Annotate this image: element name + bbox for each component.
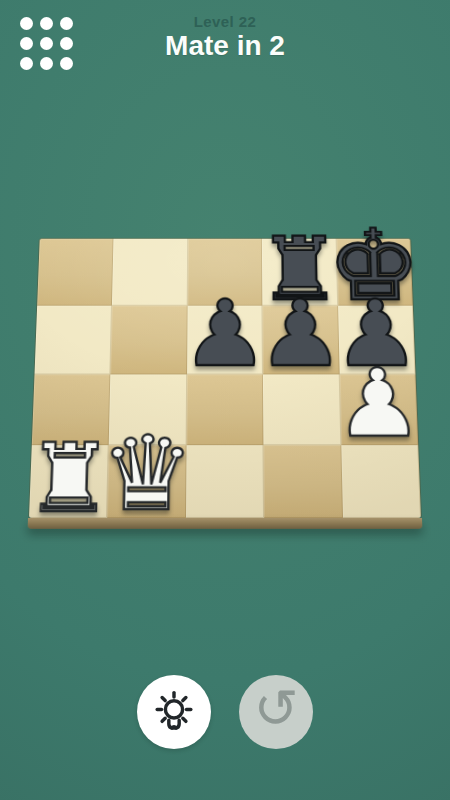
- app-screen: Level 22 Mate in 2 ♜♚♟♟♟♟♜♛ ↺: [0, 0, 450, 800]
- piece-cell: ♟: [263, 306, 340, 375]
- puzzle-objective-title: Mate in 2: [0, 30, 450, 62]
- piece-cell: ♟: [339, 374, 418, 445]
- level-label: Level 22: [0, 13, 450, 30]
- lightbulb-icon: [150, 687, 198, 737]
- hint-button[interactable]: [137, 675, 211, 749]
- piece-white-pawn[interactable]: ♟: [333, 357, 424, 451]
- board-pieces-layer: ♜♚♟♟♟♟♜♛: [29, 239, 421, 518]
- chess-board: ♜♚♟♟♟♟♜♛: [29, 239, 421, 518]
- piece-cell: ♟: [187, 306, 263, 375]
- piece-white-queen[interactable]: ♛: [99, 423, 195, 526]
- piece-cell: ♜: [29, 445, 109, 518]
- piece-cell: ♛: [107, 445, 186, 518]
- undo-arrow-icon: ↺: [253, 682, 298, 736]
- board-rim: [28, 518, 423, 529]
- bottom-controls: ↺: [0, 675, 450, 749]
- piece-black-pawn[interactable]: ♟: [181, 289, 268, 381]
- undo-button[interactable]: ↺: [239, 675, 313, 749]
